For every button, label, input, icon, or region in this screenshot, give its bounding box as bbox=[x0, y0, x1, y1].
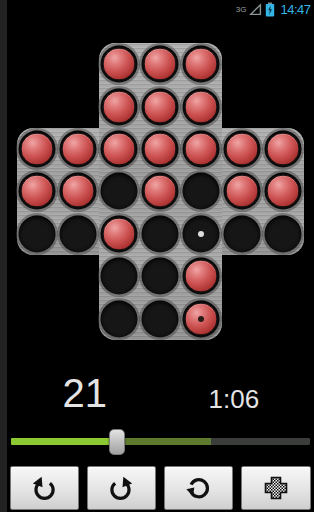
cell-r1c7 bbox=[263, 43, 304, 85]
seekbar-track[interactable] bbox=[11, 438, 310, 445]
game-timer: 1:06 bbox=[209, 384, 260, 415]
hole bbox=[224, 215, 261, 252]
cell-r3c4[interactable] bbox=[140, 128, 181, 170]
cell-r3c7[interactable] bbox=[263, 128, 304, 170]
red-peg bbox=[103, 90, 136, 123]
cell-r4c5[interactable] bbox=[181, 170, 222, 212]
cell-r1c3[interactable] bbox=[99, 43, 140, 85]
board-select-button[interactable] bbox=[241, 466, 310, 510]
cell-r4c4[interactable] bbox=[140, 170, 181, 212]
pegs-remaining-count: 21 bbox=[63, 371, 108, 416]
hole bbox=[101, 300, 138, 337]
hole bbox=[142, 215, 179, 252]
hole bbox=[183, 173, 220, 210]
app-screen: 3G 14:47 21 1:06 bbox=[7, 0, 314, 512]
cell-r4c7[interactable] bbox=[263, 170, 304, 212]
red-peg bbox=[144, 133, 177, 166]
cell-r3c3[interactable] bbox=[99, 128, 140, 170]
cell-r1c2 bbox=[58, 43, 99, 85]
cross-board-icon bbox=[262, 474, 290, 502]
cell-r1c1 bbox=[17, 43, 58, 85]
red-peg bbox=[185, 260, 218, 293]
cell-r2c6 bbox=[222, 85, 263, 127]
signal-triangle-icon bbox=[249, 3, 262, 16]
red-peg bbox=[267, 175, 300, 208]
redo-button[interactable] bbox=[87, 466, 156, 510]
red-peg bbox=[103, 133, 136, 166]
redo-arrow-icon bbox=[106, 473, 136, 503]
cell-r7c2 bbox=[58, 298, 99, 340]
hole bbox=[142, 300, 179, 337]
cell-r7c1 bbox=[17, 298, 58, 340]
cell-r5c2[interactable] bbox=[58, 213, 99, 255]
toolbar bbox=[10, 466, 311, 510]
cell-r6c5[interactable] bbox=[181, 255, 222, 297]
cell-r4c2[interactable] bbox=[58, 170, 99, 212]
peg-solitaire-board bbox=[17, 43, 304, 340]
cell-r7c3[interactable] bbox=[99, 298, 140, 340]
undo-button[interactable] bbox=[10, 466, 79, 510]
restart-circle-icon bbox=[184, 473, 214, 503]
cell-r6c6 bbox=[222, 255, 263, 297]
red-peg bbox=[144, 48, 177, 81]
cell-r3c6[interactable] bbox=[222, 128, 263, 170]
cell-r5c5[interactable] bbox=[181, 213, 222, 255]
red-peg bbox=[144, 175, 177, 208]
restart-button[interactable] bbox=[164, 466, 233, 510]
hole bbox=[19, 215, 56, 252]
cell-r4c6[interactable] bbox=[222, 170, 263, 212]
cell-r7c4[interactable] bbox=[140, 298, 181, 340]
cell-r5c6[interactable] bbox=[222, 213, 263, 255]
undo-arrow-icon bbox=[29, 473, 59, 503]
cell-r6c1 bbox=[17, 255, 58, 297]
cell-r2c7 bbox=[263, 85, 304, 127]
seekbar-progress bbox=[11, 438, 119, 445]
hole bbox=[265, 215, 302, 252]
cell-r5c1[interactable] bbox=[17, 213, 58, 255]
network-type-label: 3G bbox=[236, 5, 247, 14]
red-peg bbox=[144, 90, 177, 123]
red-peg bbox=[21, 175, 54, 208]
board-grid bbox=[17, 43, 304, 340]
cell-r1c6 bbox=[222, 43, 263, 85]
cell-r1c4[interactable] bbox=[140, 43, 181, 85]
red-peg bbox=[62, 175, 95, 208]
cell-r5c7[interactable] bbox=[263, 213, 304, 255]
cell-r2c3[interactable] bbox=[99, 85, 140, 127]
history-seekbar[interactable] bbox=[7, 427, 314, 458]
cell-r3c2[interactable] bbox=[58, 128, 99, 170]
cell-r6c2 bbox=[58, 255, 99, 297]
seekbar-secondary bbox=[118, 438, 211, 445]
cell-r2c1 bbox=[17, 85, 58, 127]
red-peg bbox=[103, 48, 136, 81]
cell-r5c4[interactable] bbox=[140, 213, 181, 255]
red-peg bbox=[21, 133, 54, 166]
red-peg bbox=[185, 90, 218, 123]
red-peg bbox=[226, 133, 259, 166]
seekbar-thumb[interactable] bbox=[109, 429, 125, 455]
hole bbox=[60, 215, 97, 252]
battery-charging-icon bbox=[265, 2, 275, 17]
red-peg bbox=[267, 133, 300, 166]
cell-r3c5[interactable] bbox=[181, 128, 222, 170]
red-peg bbox=[185, 48, 218, 81]
cell-r5c3[interactable] bbox=[99, 213, 140, 255]
cell-r6c4[interactable] bbox=[140, 255, 181, 297]
cell-r6c7 bbox=[263, 255, 304, 297]
cell-r3c1[interactable] bbox=[17, 128, 58, 170]
hole bbox=[142, 258, 179, 295]
cell-r1c5[interactable] bbox=[181, 43, 222, 85]
marked-peg-dot bbox=[198, 316, 204, 322]
red-peg bbox=[226, 175, 259, 208]
cell-r4c3[interactable] bbox=[99, 170, 140, 212]
target-hole-dot bbox=[198, 231, 204, 237]
clock: 14:47 bbox=[280, 2, 310, 17]
cell-r4c1[interactable] bbox=[17, 170, 58, 212]
hole bbox=[101, 173, 138, 210]
red-peg bbox=[185, 133, 218, 166]
cell-r6c3[interactable] bbox=[99, 255, 140, 297]
red-peg bbox=[62, 133, 95, 166]
cell-r7c5[interactable] bbox=[181, 298, 222, 340]
status-bar: 3G 14:47 bbox=[7, 0, 314, 18]
cell-r7c7 bbox=[263, 298, 304, 340]
red-peg bbox=[103, 217, 136, 250]
cell-r2c2 bbox=[58, 85, 99, 127]
hole bbox=[101, 258, 138, 295]
cell-r2c4[interactable] bbox=[140, 85, 181, 127]
cell-r2c5[interactable] bbox=[181, 85, 222, 127]
cell-r7c6 bbox=[222, 298, 263, 340]
